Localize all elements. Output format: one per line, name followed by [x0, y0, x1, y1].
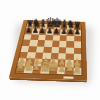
square-e7[interactable]: ♟ [52, 30, 59, 36]
board-front-edge [8, 78, 86, 83]
board-perspective-scene: ♜♞♝♛♚♝♞♜♟♟♟♟♟♟♟♟♟♟♟♟♟♟♟♟♜♞♝♛♚♝♞♜ [0, 0, 100, 100]
chess-board: ♜♞♝♛♚♝♞♜♟♟♟♟♟♟♟♟♟♟♟♟♟♟♟♟♜♞♝♛♚♝♞♜ [8, 20, 86, 80]
piece-black-pawn[interactable]: ♟ [67, 28, 74, 36]
square-g7[interactable]: ♟ [66, 30, 73, 36]
piece-black-pawn[interactable]: ♟ [39, 27, 46, 35]
chess-board-grid: ♜♞♝♛♚♝♞♜♟♟♟♟♟♟♟♟♟♟♟♟♟♟♟♟♜♞♝♛♚♝♞♜ [15, 23, 81, 74]
square-e1[interactable]: ♚ [48, 66, 57, 74]
board-right-edge [84, 22, 86, 82]
square-h7[interactable]: ♟ [73, 30, 80, 36]
piece-black-pawn[interactable]: ♟ [32, 26, 39, 34]
square-c7[interactable]: ♟ [38, 29, 46, 35]
chess-set-photo: ♜♞♝♛♚♝♞♜♟♟♟♟♟♟♟♟♟♟♟♟♟♟♟♟♜♞♝♛♚♝♞♜ [0, 0, 100, 100]
piece-black-pawn[interactable]: ♟ [60, 27, 67, 35]
piece-black-pawn[interactable]: ♟ [46, 27, 53, 35]
square-e5[interactable] [51, 41, 59, 47]
board-tilt-wrapper: ♜♞♝♛♚♝♞♜♟♟♟♟♟♟♟♟♟♟♟♟♟♟♟♟♜♞♝♛♚♝♞♜ [0, 0, 100, 100]
square-h5[interactable] [73, 41, 80, 47]
square-f5[interactable] [58, 41, 66, 47]
square-h1[interactable]: ♜ [73, 67, 81, 75]
square-c5[interactable] [36, 40, 44, 46]
square-f7[interactable]: ♟ [59, 30, 66, 36]
piece-white-king[interactable]: ♚ [45, 58, 60, 74]
square-f6[interactable] [59, 35, 66, 41]
piece-black-pawn[interactable]: ♟ [53, 27, 60, 35]
piece-black-pawn[interactable]: ♟ [74, 28, 81, 36]
square-a4[interactable] [20, 46, 29, 53]
piece-white-rook[interactable]: ♜ [71, 63, 82, 75]
square-d5[interactable] [44, 40, 52, 46]
piece-black-pawn[interactable]: ♟ [25, 26, 32, 34]
square-g5[interactable] [66, 41, 74, 47]
